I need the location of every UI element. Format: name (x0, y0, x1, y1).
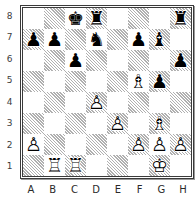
square-f1[interactable] (128, 155, 149, 176)
rank-labels: 87654321 (0, 5, 19, 177)
rank-label-7: 7 (0, 27, 19, 49)
square-d4[interactable]: ♟♙ (86, 92, 107, 113)
square-e5[interactable] (107, 71, 128, 92)
square-a7[interactable]: ♟♟ (23, 29, 44, 50)
square-a5[interactable] (23, 71, 44, 92)
chess-board: ♚♚♜♜♜♜♟♟♟♟♞♞♟♟♝♝♟♟♟♟♝♗♟♟♟♙♟♙♝♗♟♙♟♙♟♙♟♙♜♖… (22, 7, 192, 177)
square-g1[interactable]: ♚♔ (149, 155, 170, 176)
square-b5[interactable] (44, 71, 65, 92)
square-b2[interactable] (44, 134, 65, 155)
chess-diagram: 87654321 ♚♚♜♜♜♜♟♟♟♟♞♞♟♟♝♝♟♟♟♟♝♗♟♟♟♙♟♙♝♗♟… (0, 0, 196, 200)
file-label-e: E (107, 182, 129, 196)
file-label-d: D (85, 182, 107, 196)
file-label-f: F (129, 182, 151, 196)
square-g4[interactable] (149, 92, 170, 113)
square-b3[interactable] (44, 113, 65, 134)
square-c7[interactable] (65, 29, 86, 50)
rank-label-5: 5 (0, 70, 19, 92)
black-pawn: ♟ (170, 50, 191, 71)
square-h1[interactable] (170, 155, 191, 176)
rank-label-3: 3 (0, 113, 19, 135)
square-f7[interactable]: ♟♟ (128, 29, 149, 50)
square-d8[interactable]: ♜♜ (86, 8, 107, 29)
square-d3[interactable] (86, 113, 107, 134)
black-bishop: ♝ (149, 29, 170, 50)
square-d1[interactable] (86, 155, 107, 176)
white-king: ♔ (149, 155, 170, 176)
square-c2[interactable] (65, 134, 86, 155)
square-h4[interactable] (170, 92, 191, 113)
square-h2[interactable]: ♟♙ (170, 134, 191, 155)
square-e1[interactable] (107, 155, 128, 176)
square-a2[interactable]: ♟♙ (23, 134, 44, 155)
square-g8[interactable] (149, 8, 170, 29)
black-pawn: ♟ (23, 29, 44, 50)
square-e4[interactable] (107, 92, 128, 113)
white-pawn: ♙ (23, 134, 44, 155)
file-label-c: C (64, 182, 86, 196)
square-a6[interactable] (23, 50, 44, 71)
square-b6[interactable] (44, 50, 65, 71)
board-frame: ♚♚♜♜♜♜♟♟♟♟♞♞♟♟♝♝♟♟♟♟♝♗♟♟♟♙♟♙♝♗♟♙♟♙♟♙♟♙♜♖… (20, 5, 194, 179)
black-king: ♚ (65, 8, 86, 29)
black-pawn: ♟ (65, 50, 86, 71)
rank-label-1: 1 (0, 156, 19, 178)
square-h3[interactable] (170, 113, 191, 134)
square-g7[interactable]: ♝♝ (149, 29, 170, 50)
white-pawn: ♙ (107, 113, 128, 134)
white-rook: ♖ (44, 155, 65, 176)
square-g6[interactable] (149, 50, 170, 71)
square-e8[interactable] (107, 8, 128, 29)
square-c3[interactable] (65, 113, 86, 134)
square-c6[interactable]: ♟♟ (65, 50, 86, 71)
square-d5[interactable] (86, 71, 107, 92)
square-f2[interactable]: ♟♙ (128, 134, 149, 155)
file-label-g: G (151, 182, 173, 196)
file-labels: ABCDEFGH (20, 182, 194, 196)
square-a8[interactable] (23, 8, 44, 29)
square-c1[interactable]: ♜♖ (65, 155, 86, 176)
square-f8[interactable] (128, 8, 149, 29)
white-rook: ♖ (65, 155, 86, 176)
rank-label-6: 6 (0, 48, 19, 70)
rank-label-4: 4 (0, 91, 19, 113)
square-h6[interactable]: ♟♟ (170, 50, 191, 71)
square-f4[interactable] (128, 92, 149, 113)
black-knight: ♞ (86, 29, 107, 50)
square-d6[interactable] (86, 50, 107, 71)
file-label-b: B (42, 182, 64, 196)
square-e2[interactable] (107, 134, 128, 155)
file-label-a: A (20, 182, 42, 196)
square-c8[interactable]: ♚♚ (65, 8, 86, 29)
square-c5[interactable] (65, 71, 86, 92)
square-h7[interactable] (170, 29, 191, 50)
white-pawn: ♙ (170, 134, 191, 155)
square-e3[interactable]: ♟♙ (107, 113, 128, 134)
square-f3[interactable] (128, 113, 149, 134)
black-rook: ♜ (170, 8, 191, 29)
square-f6[interactable] (128, 50, 149, 71)
white-bishop: ♗ (128, 71, 149, 92)
square-c4[interactable] (65, 92, 86, 113)
white-bishop: ♗ (149, 113, 170, 134)
square-h5[interactable] (170, 71, 191, 92)
black-pawn: ♟ (128, 29, 149, 50)
black-rook: ♜ (86, 8, 107, 29)
white-pawn: ♙ (149, 134, 170, 155)
rank-label-8: 8 (0, 5, 19, 27)
square-b8[interactable] (44, 8, 65, 29)
rank-label-2: 2 (0, 134, 19, 156)
square-e7[interactable] (107, 29, 128, 50)
square-b1[interactable]: ♜♖ (44, 155, 65, 176)
white-pawn: ♙ (128, 134, 149, 155)
square-b7[interactable]: ♟♟ (44, 29, 65, 50)
square-g5[interactable]: ♟♟ (149, 71, 170, 92)
white-pawn: ♙ (86, 92, 107, 113)
square-a1[interactable] (23, 155, 44, 176)
black-pawn: ♟ (149, 71, 170, 92)
square-g3[interactable]: ♝♗ (149, 113, 170, 134)
black-pawn: ♟ (44, 29, 65, 50)
square-e6[interactable] (107, 50, 128, 71)
square-h8[interactable]: ♜♜ (170, 8, 191, 29)
square-b4[interactable] (44, 92, 65, 113)
square-a3[interactable] (23, 113, 44, 134)
square-a4[interactable] (23, 92, 44, 113)
square-d7[interactable]: ♞♞ (86, 29, 107, 50)
square-g2[interactable]: ♟♙ (149, 134, 170, 155)
file-label-h: H (172, 182, 194, 196)
square-d2[interactable] (86, 134, 107, 155)
square-f5[interactable]: ♝♗ (128, 71, 149, 92)
